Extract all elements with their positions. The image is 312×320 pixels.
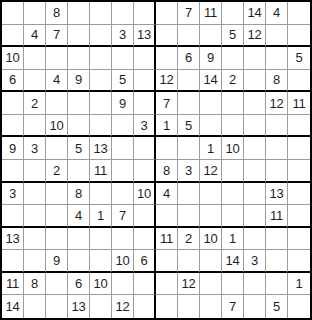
- cell-r3c4[interactable]: [68, 47, 90, 70]
- cell-r2c12[interactable]: 12: [244, 25, 266, 48]
- cell-r11c12[interactable]: [244, 228, 266, 251]
- cell-r14c13[interactable]: 5: [266, 295, 288, 318]
- cell-r12c7[interactable]: 6: [134, 250, 156, 273]
- cell-r8c8[interactable]: 8: [156, 160, 178, 183]
- cell-r11c1[interactable]: 13: [2, 228, 24, 251]
- cell-r9c5[interactable]: [90, 183, 112, 206]
- cell-r12c1[interactable]: [2, 250, 24, 273]
- cell-r1c3[interactable]: 8: [46, 2, 68, 25]
- cell-r1c2[interactable]: [24, 2, 46, 25]
- cell-r9c12[interactable]: [244, 183, 266, 206]
- cell-r3c9[interactable]: 6: [178, 47, 200, 70]
- cell-r1c12[interactable]: 14: [244, 2, 266, 25]
- cell-r12c6[interactable]: 10: [112, 250, 134, 273]
- cell-r5c12[interactable]: [244, 92, 266, 115]
- cell-r1c10[interactable]: 11: [200, 2, 222, 25]
- cell-r3c6[interactable]: [112, 47, 134, 70]
- cell-r9c2[interactable]: [24, 183, 46, 206]
- cell-r11c8[interactable]: 11: [156, 228, 178, 251]
- cell-r4c6[interactable]: 5: [112, 70, 134, 93]
- cell-r4c14[interactable]: [288, 70, 310, 93]
- cell-r7c12[interactable]: [244, 137, 266, 160]
- cell-r1c9[interactable]: 7: [178, 2, 200, 25]
- cell-r4c10[interactable]: 14: [200, 70, 222, 93]
- cell-r8c5[interactable]: 11: [90, 160, 112, 183]
- cell-r7c14[interactable]: [288, 137, 310, 160]
- cell-r8c12[interactable]: [244, 160, 266, 183]
- cell-r11c13[interactable]: [266, 228, 288, 251]
- cell-r1c4[interactable]: [68, 2, 90, 25]
- cell-r4c9[interactable]: [178, 70, 200, 93]
- cell-r3c1[interactable]: 10: [2, 47, 24, 70]
- cell-r1c13[interactable]: 4: [266, 2, 288, 25]
- cell-r4c12[interactable]: [244, 70, 266, 93]
- cell-r6c7[interactable]: 3: [134, 115, 156, 138]
- cell-r8c9[interactable]: 3: [178, 160, 200, 183]
- cell-r10c4[interactable]: 4: [68, 205, 90, 228]
- cell-r7c4[interactable]: 5: [68, 137, 90, 160]
- cell-r8c2[interactable]: [24, 160, 46, 183]
- cell-r6c4[interactable]: [68, 115, 90, 138]
- cell-r14c8[interactable]: [156, 295, 178, 318]
- cell-r10c10[interactable]: [200, 205, 222, 228]
- cell-r3c3[interactable]: [46, 47, 68, 70]
- cell-r7c6[interactable]: [112, 137, 134, 160]
- cell-r9c8[interactable]: 4: [156, 183, 178, 206]
- cell-r13c14[interactable]: 1: [288, 273, 310, 296]
- cell-r10c14[interactable]: [288, 205, 310, 228]
- cell-r4c8[interactable]: 12: [156, 70, 178, 93]
- sudoku-puzzle: 8711144473135121069564951214282971211103…: [0, 0, 312, 320]
- sudoku-board: 8711144473135121069564951214282971211103…: [0, 0, 312, 320]
- cell-r7c10[interactable]: 1: [200, 137, 222, 160]
- cell-r2c9[interactable]: [178, 25, 200, 48]
- cell-r6c5[interactable]: [90, 115, 112, 138]
- cell-r3c13[interactable]: [266, 47, 288, 70]
- cell-r2c6[interactable]: 3: [112, 25, 134, 48]
- cell-r9c3[interactable]: [46, 183, 68, 206]
- cell-r9c11[interactable]: [222, 183, 244, 206]
- cell-r5c8[interactable]: 7: [156, 92, 178, 115]
- cell-r6c2[interactable]: [24, 115, 46, 138]
- cell-r12c10[interactable]: [200, 250, 222, 273]
- cell-r5c11[interactable]: [222, 92, 244, 115]
- cell-r4c7[interactable]: [134, 70, 156, 93]
- cell-r10c12[interactable]: [244, 205, 266, 228]
- cell-r1c6[interactable]: [112, 2, 134, 25]
- cell-r13c7[interactable]: [134, 273, 156, 296]
- cell-r2c11[interactable]: 5: [222, 25, 244, 48]
- cell-r11c6[interactable]: [112, 228, 134, 251]
- cell-r9c6[interactable]: [112, 183, 134, 206]
- cell-r5c4[interactable]: [68, 92, 90, 115]
- cell-r11c14[interactable]: [288, 228, 310, 251]
- cell-r8c14[interactable]: [288, 160, 310, 183]
- cell-r3c8[interactable]: [156, 47, 178, 70]
- cell-r7c8[interactable]: [156, 137, 178, 160]
- cell-r2c2[interactable]: 4: [24, 25, 46, 48]
- cell-r5c5[interactable]: [90, 92, 112, 115]
- cell-r10c5[interactable]: 1: [90, 205, 112, 228]
- cell-r12c13[interactable]: [266, 250, 288, 273]
- cell-r13c11[interactable]: [222, 273, 244, 296]
- cell-r9c13[interactable]: 13: [266, 183, 288, 206]
- cell-r6c9[interactable]: 5: [178, 115, 200, 138]
- cell-r1c1[interactable]: [2, 2, 24, 25]
- cell-r8c7[interactable]: [134, 160, 156, 183]
- cell-r6c3[interactable]: 10: [46, 115, 68, 138]
- cell-r14c9[interactable]: [178, 295, 200, 318]
- cell-r9c4[interactable]: 8: [68, 183, 90, 206]
- cell-r2c14[interactable]: [288, 25, 310, 48]
- cell-r6c13[interactable]: [266, 115, 288, 138]
- cell-r7c7[interactable]: [134, 137, 156, 160]
- cell-r12c5[interactable]: [90, 250, 112, 273]
- cell-r12c2[interactable]: [24, 250, 46, 273]
- cell-r10c7[interactable]: [134, 205, 156, 228]
- cell-r10c3[interactable]: [46, 205, 68, 228]
- cell-r6c1[interactable]: [2, 115, 24, 138]
- cell-r13c12[interactable]: [244, 273, 266, 296]
- cell-r5c14[interactable]: 11: [288, 92, 310, 115]
- cell-r6c10[interactable]: [200, 115, 222, 138]
- cell-r9c9[interactable]: [178, 183, 200, 206]
- cell-r11c2[interactable]: [24, 228, 46, 251]
- cell-r14c10[interactable]: [200, 295, 222, 318]
- cell-r14c12[interactable]: [244, 295, 266, 318]
- cell-r1c7[interactable]: [134, 2, 156, 25]
- cell-r13c13[interactable]: [266, 273, 288, 296]
- cell-r2c5[interactable]: [90, 25, 112, 48]
- cell-r13c8[interactable]: [156, 273, 178, 296]
- cell-r2c10[interactable]: [200, 25, 222, 48]
- cell-r11c5[interactable]: [90, 228, 112, 251]
- cell-r13c2[interactable]: 8: [24, 273, 46, 296]
- cell-r5c3[interactable]: [46, 92, 68, 115]
- cell-r14c2[interactable]: [24, 295, 46, 318]
- cell-r9c14[interactable]: [288, 183, 310, 206]
- cell-r3c2[interactable]: [24, 47, 46, 70]
- cell-r12c9[interactable]: [178, 250, 200, 273]
- cell-r2c8[interactable]: [156, 25, 178, 48]
- cell-r7c1[interactable]: 9: [2, 137, 24, 160]
- cell-r11c7[interactable]: [134, 228, 156, 251]
- cell-r10c1[interactable]: [2, 205, 24, 228]
- cell-r11c11[interactable]: 1: [222, 228, 244, 251]
- cell-r5c2[interactable]: 2: [24, 92, 46, 115]
- cell-r10c2[interactable]: [24, 205, 46, 228]
- cell-r5c10[interactable]: [200, 92, 222, 115]
- cell-r12c4[interactable]: [68, 250, 90, 273]
- cell-r14c5[interactable]: [90, 295, 112, 318]
- cell-r11c10[interactable]: 10: [200, 228, 222, 251]
- cell-r9c1[interactable]: 3: [2, 183, 24, 206]
- cell-r7c11[interactable]: 10: [222, 137, 244, 160]
- cell-r4c2[interactable]: [24, 70, 46, 93]
- cell-r3c14[interactable]: 5: [288, 47, 310, 70]
- cell-r13c1[interactable]: 11: [2, 273, 24, 296]
- cell-r3c5[interactable]: [90, 47, 112, 70]
- cell-r7c2[interactable]: 3: [24, 137, 46, 160]
- cell-r13c10[interactable]: [200, 273, 222, 296]
- cell-r6c14[interactable]: [288, 115, 310, 138]
- cell-r4c3[interactable]: 4: [46, 70, 68, 93]
- cell-r7c9[interactable]: [178, 137, 200, 160]
- cell-r14c1[interactable]: 14: [2, 295, 24, 318]
- cell-r5c1[interactable]: [2, 92, 24, 115]
- cell-r12c3[interactable]: 9: [46, 250, 68, 273]
- cell-r8c4[interactable]: [68, 160, 90, 183]
- cell-r2c4[interactable]: [68, 25, 90, 48]
- cell-r3c11[interactable]: [222, 47, 244, 70]
- cell-r8c10[interactable]: 12: [200, 160, 222, 183]
- cell-r7c3[interactable]: [46, 137, 68, 160]
- cell-r11c4[interactable]: [68, 228, 90, 251]
- cell-r14c6[interactable]: 12: [112, 295, 134, 318]
- cell-r3c12[interactable]: [244, 47, 266, 70]
- cell-r9c10[interactable]: [200, 183, 222, 206]
- cell-r14c14[interactable]: [288, 295, 310, 318]
- cell-r3c10[interactable]: 9: [200, 47, 222, 70]
- cell-r6c6[interactable]: [112, 115, 134, 138]
- cell-r13c6[interactable]: [112, 273, 134, 296]
- cell-r6c8[interactable]: 1: [156, 115, 178, 138]
- cell-r1c5[interactable]: [90, 2, 112, 25]
- cell-r2c7[interactable]: 13: [134, 25, 156, 48]
- cell-r9c7[interactable]: 10: [134, 183, 156, 206]
- cell-r4c13[interactable]: 8: [266, 70, 288, 93]
- cell-r7c13[interactable]: [266, 137, 288, 160]
- cell-r5c6[interactable]: 9: [112, 92, 134, 115]
- cell-r14c7[interactable]: [134, 295, 156, 318]
- cell-r8c6[interactable]: [112, 160, 134, 183]
- cell-r6c12[interactable]: [244, 115, 266, 138]
- cell-r5c13[interactable]: 12: [266, 92, 288, 115]
- cell-r10c6[interactable]: 7: [112, 205, 134, 228]
- cell-r13c5[interactable]: 10: [90, 273, 112, 296]
- cell-r11c3[interactable]: [46, 228, 68, 251]
- cell-r10c13[interactable]: 11: [266, 205, 288, 228]
- cell-r7c5[interactable]: 13: [90, 137, 112, 160]
- cell-r3c7[interactable]: [134, 47, 156, 70]
- cell-r13c3[interactable]: [46, 273, 68, 296]
- cell-r8c3[interactable]: 2: [46, 160, 68, 183]
- cell-r1c14[interactable]: [288, 2, 310, 25]
- cell-r10c11[interactable]: [222, 205, 244, 228]
- cell-r4c11[interactable]: 2: [222, 70, 244, 93]
- cell-r2c1[interactable]: [2, 25, 24, 48]
- cell-r4c1[interactable]: 6: [2, 70, 24, 93]
- cell-r10c8[interactable]: [156, 205, 178, 228]
- cell-r14c4[interactable]: 13: [68, 295, 90, 318]
- cell-r5c7[interactable]: [134, 92, 156, 115]
- cell-r2c3[interactable]: 7: [46, 25, 68, 48]
- cell-r14c11[interactable]: 7: [222, 295, 244, 318]
- cell-r2c13[interactable]: [266, 25, 288, 48]
- cell-r1c8[interactable]: [156, 2, 178, 25]
- cell-r8c1[interactable]: [2, 160, 24, 183]
- cell-r12c11[interactable]: 14: [222, 250, 244, 273]
- cell-r11c9[interactable]: 2: [178, 228, 200, 251]
- cell-r13c9[interactable]: 12: [178, 273, 200, 296]
- cell-r5c9[interactable]: [178, 92, 200, 115]
- cell-r8c13[interactable]: [266, 160, 288, 183]
- cell-r14c3[interactable]: [46, 295, 68, 318]
- cell-r10c9[interactable]: [178, 205, 200, 228]
- cell-r8c11[interactable]: [222, 160, 244, 183]
- cell-r4c5[interactable]: [90, 70, 112, 93]
- cell-r6c11[interactable]: [222, 115, 244, 138]
- cell-r1c11[interactable]: [222, 2, 244, 25]
- cell-r12c14[interactable]: [288, 250, 310, 273]
- cell-r12c8[interactable]: [156, 250, 178, 273]
- cell-r4c4[interactable]: 9: [68, 70, 90, 93]
- cell-r12c12[interactable]: 3: [244, 250, 266, 273]
- cell-r13c4[interactable]: 6: [68, 273, 90, 296]
